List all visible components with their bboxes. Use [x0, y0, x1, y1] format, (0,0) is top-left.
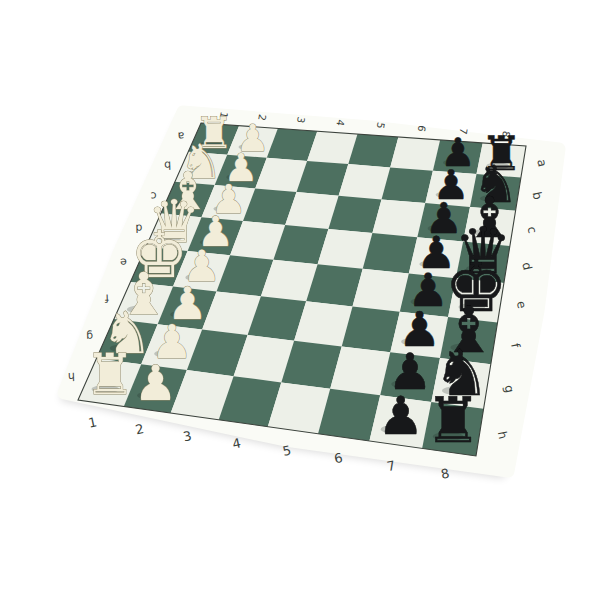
coord-label-bottom-2: 2	[134, 421, 145, 437]
chess-set-product-photo: 12345678abcdefgh12345678abcdefgh♜♟♟♜♞♟♟♞…	[0, 0, 612, 612]
chessboard-scene: 12345678abcdefgh12345678abcdefgh♜♟♟♜♞♟♟♞…	[0, 0, 612, 612]
coord-label-bottom-3: 3	[182, 428, 193, 444]
coord-label-bottom-1: 1	[87, 414, 98, 430]
piece-black-rook-h8: ♜	[425, 384, 481, 457]
piece-white-rook-h1: ♜	[84, 341, 135, 407]
piece-black-pawn-h7: ♟	[377, 385, 424, 446]
piece-white-pawn-h2: ♟	[134, 355, 178, 411]
chess-board-svg: 12345678abcdefgh12345678abcdefgh♜♟♟♜♞♟♟♞…	[0, 0, 612, 612]
coord-label-left-h: h	[68, 370, 75, 383]
